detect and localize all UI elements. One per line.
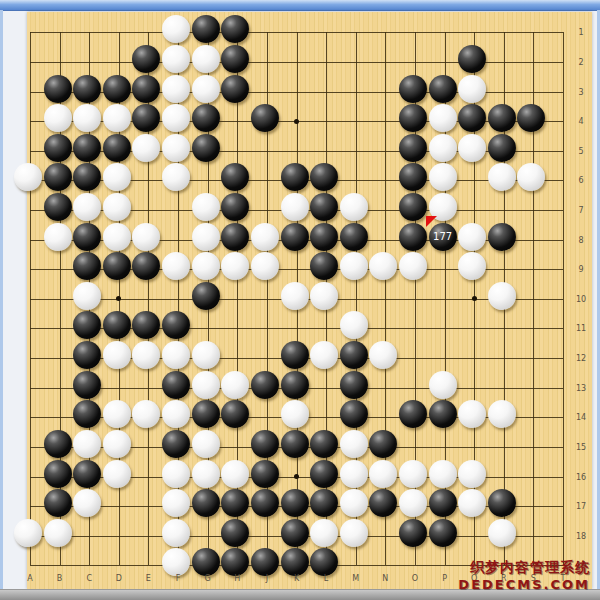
stone-black	[192, 489, 220, 517]
stone-black	[221, 193, 249, 221]
coord-label-row: 7	[578, 206, 583, 215]
stone-white	[517, 163, 545, 191]
stone-black	[132, 252, 160, 280]
stone-white	[73, 430, 101, 458]
stone-black	[221, 489, 249, 517]
stone-white	[162, 400, 190, 428]
stone-white	[429, 163, 457, 191]
stone-white	[192, 341, 220, 369]
coord-label-column: O	[412, 574, 418, 583]
stone-black	[340, 223, 368, 251]
stone-black	[369, 430, 397, 458]
stone-white	[103, 193, 131, 221]
coord-label-column: N	[382, 574, 388, 583]
stone-black	[132, 104, 160, 132]
stone-black	[162, 430, 190, 458]
stone-white	[162, 75, 190, 103]
stone-black	[132, 75, 160, 103]
stone-white	[132, 341, 160, 369]
stone-black	[251, 371, 279, 399]
stone-white	[458, 134, 486, 162]
stone-white	[340, 252, 368, 280]
stone-black	[73, 371, 101, 399]
stone-black	[281, 430, 309, 458]
stone-white	[44, 104, 72, 132]
coord-label-row: 13	[576, 383, 586, 392]
stone-white	[192, 223, 220, 251]
stone-white	[162, 104, 190, 132]
stone-black	[162, 371, 190, 399]
stone-black	[103, 75, 131, 103]
stone-white	[399, 460, 427, 488]
stone-white	[162, 45, 190, 73]
stone-white	[103, 430, 131, 458]
coord-label-column: L	[324, 574, 328, 583]
stone-black	[73, 75, 101, 103]
stone-black	[399, 75, 427, 103]
stone-black	[399, 400, 427, 428]
stone-black	[221, 548, 249, 576]
stone-white	[103, 223, 131, 251]
stone-white	[369, 341, 397, 369]
stone-white	[103, 400, 131, 428]
stone-black	[221, 15, 249, 43]
stone-white	[340, 430, 368, 458]
stone-black	[251, 430, 279, 458]
stone-black	[340, 341, 368, 369]
stone-black	[44, 193, 72, 221]
coord-label-column: D	[116, 574, 122, 583]
coord-label-row: 4	[578, 117, 583, 126]
stone-white	[162, 252, 190, 280]
stone-white	[162, 134, 190, 162]
stone-white	[399, 489, 427, 517]
stone-white	[221, 371, 249, 399]
coord-label-column: J	[266, 574, 268, 583]
stone-white	[44, 519, 72, 547]
stone-black	[44, 163, 72, 191]
stone-black	[399, 193, 427, 221]
stone-black	[73, 223, 101, 251]
stone-white	[281, 193, 309, 221]
stone-black	[103, 252, 131, 280]
stone-black	[429, 75, 457, 103]
stone-white	[251, 252, 279, 280]
stone-black	[44, 75, 72, 103]
stone-black	[192, 282, 220, 310]
stone-white	[429, 134, 457, 162]
watermark-line1: 织梦内容管理系统	[458, 559, 590, 577]
stone-black	[251, 460, 279, 488]
stone-black	[251, 548, 279, 576]
stone-black	[488, 104, 516, 132]
stone-black	[340, 400, 368, 428]
stone-white	[369, 252, 397, 280]
stone-black	[251, 104, 279, 132]
stone-white	[281, 282, 309, 310]
coord-label-row: 10	[576, 294, 586, 303]
stone-white	[192, 460, 220, 488]
stone-white	[73, 282, 101, 310]
window-border-left	[0, 10, 3, 590]
stone-white	[458, 75, 486, 103]
stone-black	[281, 519, 309, 547]
stone-white	[192, 75, 220, 103]
stone-black	[310, 223, 338, 251]
stone-black	[458, 45, 486, 73]
stone-black	[399, 519, 427, 547]
coord-label-row: 17	[576, 502, 586, 511]
stone-black	[44, 460, 72, 488]
coord-label-column: F	[176, 574, 181, 583]
stone-black	[399, 163, 427, 191]
stone-black	[429, 519, 457, 547]
stone-white	[14, 519, 42, 547]
coord-label-row: 1	[578, 28, 583, 37]
star-point	[294, 474, 299, 479]
stone-white	[399, 252, 427, 280]
stone-black	[221, 75, 249, 103]
coord-label-column: B	[57, 574, 63, 583]
stone-white	[488, 163, 516, 191]
stone-black	[73, 400, 101, 428]
stone-white	[221, 460, 249, 488]
star-point	[294, 119, 299, 124]
stone-white	[192, 252, 220, 280]
stone-white	[251, 223, 279, 251]
stone-black	[221, 400, 249, 428]
stone-white	[310, 282, 338, 310]
stone-white	[429, 460, 457, 488]
stone-black	[488, 489, 516, 517]
stone-black	[429, 400, 457, 428]
coord-label-column: E	[146, 574, 151, 583]
stone-black	[132, 311, 160, 339]
stone-white	[488, 519, 516, 547]
stone-white	[221, 252, 249, 280]
stone-black	[310, 193, 338, 221]
grid-line-vertical	[563, 32, 564, 565]
coord-label-row: 14	[576, 413, 586, 422]
last-move-triangle-marker	[426, 216, 437, 227]
coord-label-row: 5	[578, 146, 583, 155]
stone-white	[340, 193, 368, 221]
stone-white	[103, 163, 131, 191]
stone-black	[488, 223, 516, 251]
coord-label-row: 11	[576, 324, 586, 333]
stone-black	[73, 341, 101, 369]
stone-black	[132, 45, 160, 73]
star-point	[116, 296, 121, 301]
coord-label-column: P	[442, 574, 447, 583]
stone-white	[103, 460, 131, 488]
stone-black	[310, 489, 338, 517]
stone-black	[281, 341, 309, 369]
stone-black	[251, 489, 279, 517]
coord-label-row: 12	[576, 354, 586, 363]
stone-white	[340, 460, 368, 488]
stone-white	[281, 400, 309, 428]
stone-black	[399, 223, 427, 251]
stone-white	[192, 45, 220, 73]
stone-white	[340, 519, 368, 547]
stone-black	[73, 311, 101, 339]
stone-white	[458, 400, 486, 428]
stone-white	[162, 15, 190, 43]
stone-black	[221, 519, 249, 547]
stone-white	[162, 460, 190, 488]
coord-label-row: 15	[576, 442, 586, 451]
coord-label-row: 9	[578, 265, 583, 274]
marked-stone: 177	[429, 223, 457, 251]
stone-black	[73, 134, 101, 162]
stone-white	[73, 193, 101, 221]
stone-black	[73, 460, 101, 488]
stone-black	[340, 371, 368, 399]
coord-label-column: M	[352, 574, 359, 583]
stone-white	[44, 223, 72, 251]
stone-black	[517, 104, 545, 132]
stone-black	[429, 489, 457, 517]
stone-white	[162, 548, 190, 576]
stone-white	[162, 341, 190, 369]
coord-label-row: 16	[576, 472, 586, 481]
stone-white	[103, 104, 131, 132]
stone-white	[340, 311, 368, 339]
stone-black	[369, 489, 397, 517]
watermark-line2: DEDECMS.COM	[458, 577, 590, 592]
stone-black	[488, 134, 516, 162]
stone-white	[73, 489, 101, 517]
star-point	[472, 296, 477, 301]
stone-black	[44, 489, 72, 517]
coord-label-row: 6	[578, 176, 583, 185]
stone-black	[192, 400, 220, 428]
stone-black	[162, 311, 190, 339]
stone-black	[399, 134, 427, 162]
stone-white	[162, 489, 190, 517]
stone-white	[132, 400, 160, 428]
stone-black	[221, 223, 249, 251]
stone-black	[310, 430, 338, 458]
stone-black	[192, 548, 220, 576]
coord-label-column: C	[86, 574, 92, 583]
coord-label-column: H	[234, 574, 240, 583]
coord-label-column: K	[294, 574, 299, 583]
stone-white	[310, 341, 338, 369]
stone-black	[458, 104, 486, 132]
coord-label-row: 3	[578, 87, 583, 96]
stone-black	[281, 163, 309, 191]
watermark: 织梦内容管理系统 DEDECMS.COM	[458, 559, 590, 592]
stone-white	[103, 341, 131, 369]
stone-white	[429, 371, 457, 399]
stone-white	[458, 460, 486, 488]
stone-black	[44, 430, 72, 458]
stone-black	[310, 163, 338, 191]
stone-black	[281, 548, 309, 576]
stone-white	[162, 519, 190, 547]
stone-white	[340, 489, 368, 517]
stone-white	[458, 489, 486, 517]
stone-black	[221, 163, 249, 191]
coord-label-row: 2	[578, 57, 583, 66]
stone-black	[281, 489, 309, 517]
stone-white	[132, 223, 160, 251]
stone-white	[369, 460, 397, 488]
stone-white	[192, 371, 220, 399]
stone-white	[14, 163, 42, 191]
stone-black	[310, 460, 338, 488]
coord-label-column: A	[27, 574, 32, 583]
stone-white	[162, 163, 190, 191]
stone-white	[192, 430, 220, 458]
stone-white	[458, 223, 486, 251]
title-bar[interactable]	[0, 0, 600, 11]
stone-white	[488, 282, 516, 310]
stone-black	[73, 163, 101, 191]
stone-white	[429, 104, 457, 132]
stone-white	[488, 400, 516, 428]
stone-black	[103, 311, 131, 339]
stone-black	[221, 45, 249, 73]
stone-black	[192, 104, 220, 132]
stone-black	[192, 15, 220, 43]
stone-black	[192, 134, 220, 162]
stone-black	[281, 223, 309, 251]
stone-black	[399, 104, 427, 132]
stone-black	[44, 134, 72, 162]
stone-black	[310, 548, 338, 576]
coord-label-row: 8	[578, 235, 583, 244]
coord-label-row: 18	[576, 531, 586, 540]
stone-white	[192, 193, 220, 221]
stone-white	[458, 252, 486, 280]
app-window: 177ABCDEFGHJKLMNOPQRST123456789101112131…	[0, 0, 600, 600]
stone-white	[73, 104, 101, 132]
stone-black	[310, 252, 338, 280]
go-board[interactable]: 177ABCDEFGHJKLMNOPQRST123456789101112131…	[27, 12, 592, 589]
stone-black	[73, 252, 101, 280]
stone-black	[103, 134, 131, 162]
move-number-label: 177	[429, 223, 457, 251]
stone-white	[132, 134, 160, 162]
stone-black	[281, 371, 309, 399]
stone-white	[310, 519, 338, 547]
coord-label-column: G	[205, 574, 211, 583]
